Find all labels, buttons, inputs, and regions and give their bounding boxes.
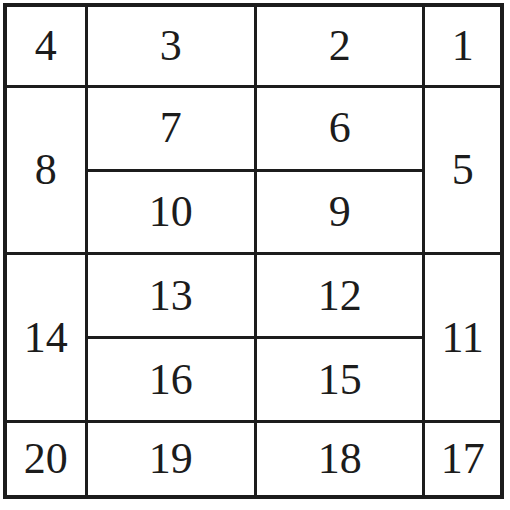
- cell-18: 18: [257, 423, 422, 495]
- cell-5: 5: [425, 88, 500, 253]
- cell-number: 2: [329, 24, 351, 68]
- cell-7: 7: [88, 88, 254, 169]
- cell-number: 6: [329, 106, 351, 150]
- cell-number: 13: [149, 274, 193, 318]
- cell-16: 16: [88, 339, 254, 420]
- cell-number: 7: [160, 106, 182, 150]
- cell-14: 14: [7, 255, 85, 420]
- cell-17: 17: [425, 423, 500, 495]
- cell-number: 11: [441, 316, 483, 360]
- cell-number: 15: [318, 358, 362, 402]
- cell-2: 2: [257, 7, 422, 85]
- cell-number: 18: [318, 437, 362, 481]
- page: 4321876510914131211161520191817: [0, 0, 510, 510]
- cell-number: 9: [329, 190, 351, 234]
- cell-number: 14: [24, 316, 68, 360]
- puzzle-grid: 4321876510914131211161520191817: [3, 3, 504, 499]
- cell-15: 15: [257, 339, 422, 420]
- cell-20: 20: [7, 423, 85, 495]
- cell-number: 3: [160, 24, 182, 68]
- cell-number: 16: [149, 358, 193, 402]
- cell-4: 4: [7, 7, 85, 85]
- cell-number: 17: [441, 437, 485, 481]
- cell-number: 10: [149, 190, 193, 234]
- cell-19: 19: [88, 423, 254, 495]
- cell-3: 3: [88, 7, 254, 85]
- cell-number: 1: [452, 24, 474, 68]
- cell-11: 11: [425, 255, 500, 420]
- cell-number: 20: [24, 437, 68, 481]
- cell-10: 10: [88, 172, 254, 253]
- cell-number: 5: [452, 148, 474, 192]
- cell-number: 12: [318, 274, 362, 318]
- cell-number: 8: [35, 148, 57, 192]
- cell-number: 4: [35, 24, 57, 68]
- cell-8: 8: [7, 88, 85, 253]
- cell-1: 1: [425, 7, 500, 85]
- cell-13: 13: [88, 255, 254, 336]
- cell-9: 9: [257, 172, 422, 253]
- cell-12: 12: [257, 255, 422, 336]
- cell-number: 19: [149, 437, 193, 481]
- cell-6: 6: [257, 88, 422, 169]
